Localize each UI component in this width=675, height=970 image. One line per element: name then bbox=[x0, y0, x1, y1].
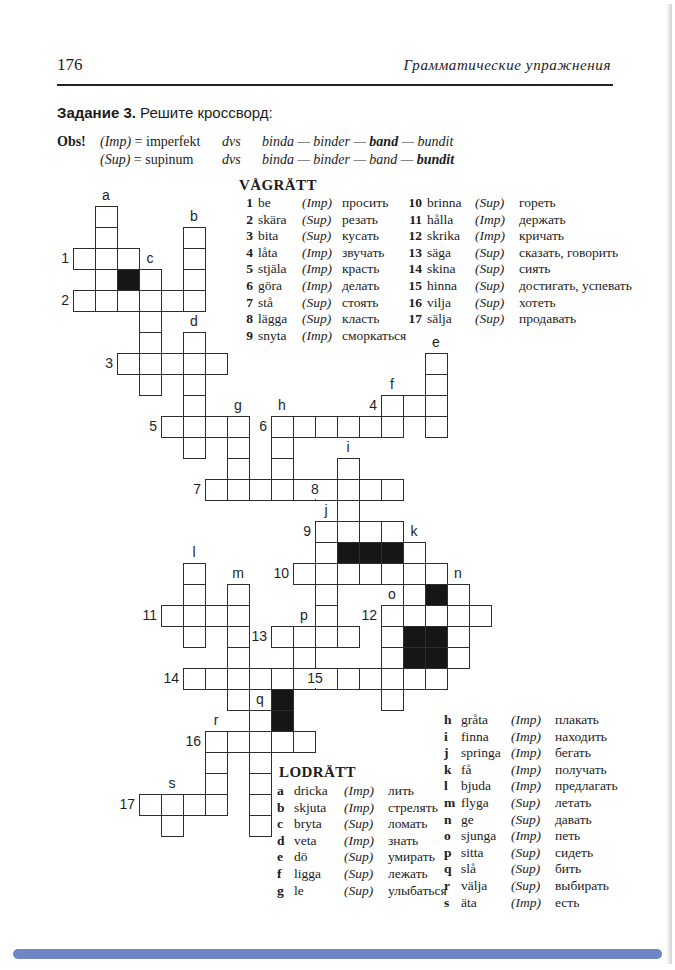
grid-cell-r17-c14[interactable] bbox=[359, 563, 382, 585]
grid-cell-r14-c13[interactable] bbox=[337, 500, 360, 522]
grid-cell-r22-c10[interactable] bbox=[271, 668, 294, 690]
grid-label-l: l bbox=[183, 542, 205, 563]
grid-cell-r22-c15[interactable] bbox=[381, 668, 404, 690]
grid-label-h: h bbox=[271, 395, 293, 416]
clue-down-b: bskjuta(Imp)стрелять bbox=[277, 800, 449, 817]
grid-cell-r18-c12[interactable] bbox=[315, 584, 338, 606]
grid-cell-r28-c4[interactable] bbox=[139, 794, 162, 816]
black-cell-r24-c10 bbox=[271, 710, 294, 732]
grid-cell-r6-c6[interactable] bbox=[183, 332, 206, 354]
grid-cell-r4-c5[interactable] bbox=[161, 290, 184, 312]
clue-down-d: dveta(Imp)знать bbox=[277, 833, 449, 850]
grid-cell-r25-c11[interactable] bbox=[293, 731, 316, 753]
grid-label-d: d bbox=[183, 311, 205, 332]
grid-cell-r28-c6[interactable] bbox=[183, 794, 206, 816]
grid-cell-r1-c6[interactable] bbox=[183, 227, 206, 249]
grid-cell-r13-c13[interactable] bbox=[337, 479, 360, 501]
grid-cell-r10-c7[interactable] bbox=[205, 416, 228, 438]
grid-cell-r7-c7[interactable] bbox=[205, 353, 228, 375]
grid-cell-r13-c8[interactable] bbox=[227, 479, 250, 501]
task-text: Решите кроссворд: bbox=[136, 104, 273, 121]
grid-label-6: 6 bbox=[249, 416, 271, 437]
grid-label-10: 10 bbox=[271, 563, 293, 584]
black-cell-r16-c15 bbox=[381, 542, 404, 564]
grid-cell-r8-c6[interactable] bbox=[183, 374, 206, 396]
grid-label-e: e bbox=[425, 332, 447, 353]
black-cell-r18-c17 bbox=[425, 584, 448, 606]
down-clues-col1: adricka(Imp)литьbskjuta(Imp)стрелятьcbry… bbox=[277, 783, 449, 899]
grid-cell-r15-c14[interactable] bbox=[359, 521, 382, 543]
grid-cell-r18-c8[interactable] bbox=[227, 584, 250, 606]
grid-label-4: 4 bbox=[359, 395, 381, 416]
grid-label-3: 3 bbox=[95, 353, 117, 374]
grid-cell-r1-c2[interactable] bbox=[95, 227, 118, 249]
grid-cell-r9-c16[interactable] bbox=[403, 395, 426, 417]
grid-label-q: q bbox=[249, 689, 271, 710]
grid-cell-r7-c6[interactable] bbox=[183, 353, 206, 375]
grid-cell-r15-c12[interactable] bbox=[315, 521, 338, 543]
grid-cell-r4-c1[interactable] bbox=[73, 290, 96, 312]
grid-cell-r13-c15[interactable] bbox=[381, 479, 404, 501]
clue-down-c: cbryta(Sup)ломать bbox=[277, 816, 449, 833]
grid-cell-r22-c13[interactable] bbox=[337, 668, 360, 690]
grid-cell-r12-c13[interactable] bbox=[337, 458, 360, 480]
grid-cell-r4-c3[interactable] bbox=[117, 290, 140, 312]
grid-cell-r11-c10[interactable] bbox=[271, 437, 294, 459]
grid-cell-r5-c4[interactable] bbox=[139, 311, 162, 333]
grid-cell-r9-c6[interactable] bbox=[183, 395, 206, 417]
clue-down-q: qslå(Sup)бить bbox=[444, 861, 649, 878]
black-cell-r16-c14 bbox=[359, 542, 382, 564]
grid-cell-r19-c8[interactable] bbox=[227, 605, 250, 627]
clue-down-r: rvälja(Sup)выбирать bbox=[444, 878, 649, 895]
grid-cell-r13-c7[interactable] bbox=[205, 479, 228, 501]
clue-down-f: fligga(Sup)лежать bbox=[277, 866, 449, 883]
black-cell-r23-c10 bbox=[271, 689, 294, 711]
grid-label-11: 11 bbox=[139, 605, 161, 626]
grid-cell-r9-c15[interactable] bbox=[381, 395, 404, 417]
grid-cell-r19-c6[interactable] bbox=[183, 605, 206, 627]
grid-cell-r16-c12[interactable] bbox=[315, 542, 338, 564]
grid-cell-r13-c14[interactable] bbox=[359, 479, 382, 501]
grid-label-13: 13 bbox=[249, 626, 271, 647]
grid-cell-r21-c11[interactable] bbox=[293, 647, 316, 669]
grid-cell-r2-c2[interactable] bbox=[95, 248, 118, 270]
grid-cell-r15-c13[interactable] bbox=[337, 521, 360, 543]
grid-cell-r18-c16[interactable] bbox=[403, 584, 426, 606]
clue-down-s: säta(Imp)есть bbox=[444, 895, 649, 912]
horizontal-scrollbar[interactable] bbox=[13, 949, 662, 959]
grid-cell-r22-c9[interactable] bbox=[249, 668, 272, 690]
task-title: Задание 3. Решите кроссворд: bbox=[57, 104, 273, 121]
grid-cell-r21-c15[interactable] bbox=[381, 647, 404, 669]
grid-cell-r23-c8[interactable] bbox=[227, 689, 250, 711]
clue-down-o: osjunga(Imp)петь bbox=[444, 828, 649, 845]
grid-cell-r6-c4[interactable] bbox=[139, 332, 162, 354]
grid-label-c: c bbox=[139, 248, 161, 269]
grid-label-1: 1 bbox=[51, 248, 73, 269]
clue-down-m: mflyga(Sup)летать bbox=[444, 795, 649, 812]
grid-cell-r2-c3[interactable] bbox=[117, 248, 140, 270]
grid-cell-r4-c2[interactable] bbox=[95, 290, 118, 312]
grid-cell-r28-c9[interactable] bbox=[249, 794, 272, 816]
grid-label-s: s bbox=[161, 773, 183, 794]
grid-cell-r20-c13[interactable] bbox=[337, 626, 360, 648]
grid-cell-r19-c16[interactable] bbox=[403, 605, 426, 627]
grid-label-b: b bbox=[183, 206, 205, 227]
grid-cell-r2-c1[interactable] bbox=[73, 248, 96, 270]
grid-label-r: r bbox=[205, 710, 227, 731]
grid-label-16: 16 bbox=[183, 731, 205, 752]
grid-cell-r27-c7[interactable] bbox=[205, 773, 228, 795]
grid-cell-r10-c8[interactable] bbox=[227, 416, 250, 438]
grid-cell-r19-c15[interactable] bbox=[381, 605, 404, 627]
grid-cell-r22-c8[interactable] bbox=[227, 668, 250, 690]
black-cell-r3-c3 bbox=[117, 269, 140, 291]
black-cell-r21-c17 bbox=[425, 647, 448, 669]
grid-cell-r10-c5[interactable] bbox=[161, 416, 184, 438]
grid-label-8: 8 bbox=[303, 480, 327, 499]
grid-label-o: o bbox=[381, 584, 403, 605]
grid-cell-r23-c15[interactable] bbox=[381, 689, 404, 711]
grid-cell-r26-c7[interactable] bbox=[205, 752, 228, 774]
obs-note: Obs!(Imp) = imperfektdvsbinda — binder —… bbox=[57, 133, 454, 169]
grid-cell-r10-c13[interactable] bbox=[337, 416, 360, 438]
grid-cell-r20-c18[interactable] bbox=[447, 626, 470, 648]
grid-label-15: 15 bbox=[303, 669, 327, 688]
clue-down-k: kfå(Imp)получать bbox=[444, 762, 649, 779]
grid-cell-r7-c3[interactable] bbox=[117, 353, 140, 375]
grid-cell-r25-c10[interactable] bbox=[271, 731, 294, 753]
grid-cell-r19-c7[interactable] bbox=[205, 605, 228, 627]
grid-cell-r20-c15[interactable] bbox=[381, 626, 404, 648]
grid-cell-r29-c9[interactable] bbox=[249, 815, 272, 837]
grid-cell-r11-c8[interactable] bbox=[227, 437, 250, 459]
clue-down-e: edö(Sup)умирать bbox=[277, 849, 449, 866]
grid-cell-r13-c10[interactable] bbox=[271, 479, 294, 501]
grid-cell-r17-c6[interactable] bbox=[183, 563, 206, 585]
grid-cell-r8-c4[interactable] bbox=[139, 374, 162, 396]
obs-row-2: (Sup) = supinumdvsbinda — binder — band … bbox=[57, 151, 454, 169]
clue-down-i: ifinna(Imp)находить bbox=[444, 729, 649, 746]
grid-cell-r8-c17[interactable] bbox=[425, 374, 448, 396]
grid-cell-r24-c9[interactable] bbox=[249, 710, 272, 732]
grid-cell-r25-c9[interactable] bbox=[249, 731, 272, 753]
grid-cell-r29-c5[interactable] bbox=[161, 815, 184, 837]
grid-label-12: 12 bbox=[359, 605, 381, 626]
grid-cell-r4-c6[interactable] bbox=[183, 290, 206, 312]
header-rule bbox=[57, 84, 613, 86]
grid-cell-r28-c5[interactable] bbox=[161, 794, 184, 816]
grid-cell-r3-c2[interactable] bbox=[95, 269, 118, 291]
grid-cell-r17-c13[interactable] bbox=[337, 563, 360, 585]
grid-cell-r22-c6[interactable] bbox=[183, 668, 206, 690]
grid-cell-r22-c17[interactable] bbox=[425, 668, 448, 690]
grid-cell-r15-c15[interactable] bbox=[381, 521, 404, 543]
grid-cell-r20-c10[interactable] bbox=[271, 626, 294, 648]
page-edge-shadow bbox=[666, 4, 672, 964]
grid-label-f: f bbox=[381, 374, 403, 395]
grid-cell-r3-c6[interactable] bbox=[183, 269, 206, 291]
grid-cell-r28-c7[interactable] bbox=[205, 794, 228, 816]
grid-cell-r7-c17[interactable] bbox=[425, 353, 448, 375]
grid-cell-r17-c11[interactable] bbox=[293, 563, 316, 585]
grid-cell-r20-c11[interactable] bbox=[293, 626, 316, 648]
book-page: 176 Грамматические упражнения Задание 3.… bbox=[0, 0, 675, 970]
grid-label-n: n bbox=[447, 563, 469, 584]
clue-down-h: hgråta(Imp)плакать bbox=[444, 712, 649, 729]
grid-cell-r22-c16[interactable] bbox=[403, 668, 426, 690]
grid-cell-r19-c17[interactable] bbox=[425, 605, 448, 627]
grid-label-17: 17 bbox=[117, 794, 139, 815]
obs-row-1: Obs!(Imp) = imperfektdvsbinda — binder —… bbox=[57, 133, 454, 151]
grid-cell-r27-c9[interactable] bbox=[249, 773, 272, 795]
grid-label-5: 5 bbox=[139, 416, 161, 437]
grid-cell-r18-c6[interactable] bbox=[183, 584, 206, 606]
grid-cell-r17-c17[interactable] bbox=[425, 563, 448, 585]
grid-label-j: j bbox=[315, 500, 337, 521]
task-label: Задание 3. bbox=[57, 104, 136, 121]
grid-cell-r21-c8[interactable] bbox=[227, 647, 250, 669]
grid-label-7: 7 bbox=[183, 479, 205, 500]
grid-cell-r2-c6[interactable] bbox=[183, 248, 206, 270]
grid-cell-r0-c2[interactable] bbox=[95, 206, 118, 228]
grid-cell-r18-c18[interactable] bbox=[447, 584, 470, 606]
black-cell-r20-c17 bbox=[425, 626, 448, 648]
grid-cell-r17-c12[interactable] bbox=[315, 563, 338, 585]
grid-label-14: 14 bbox=[161, 668, 183, 689]
grid-cell-r10-c6[interactable] bbox=[183, 416, 206, 438]
grid-cell-r9-c17[interactable] bbox=[425, 395, 448, 417]
grid-cell-r10-c17[interactable] bbox=[425, 416, 448, 438]
grid-cell-r19-c19[interactable] bbox=[469, 605, 492, 627]
grid-cell-r3-c4[interactable] bbox=[139, 269, 162, 291]
clue-down-l: lbjuda(Imp)предлагать bbox=[444, 778, 649, 795]
grid-label-2: 2 bbox=[51, 290, 73, 311]
grid-cell-r25-c7[interactable] bbox=[205, 731, 228, 753]
grid-cell-r13-c9[interactable] bbox=[249, 479, 272, 501]
grid-cell-r4-c4[interactable] bbox=[139, 290, 162, 312]
clue-down-j: jspringa(Imp)бегать bbox=[444, 745, 649, 762]
grid-cell-r20-c12[interactable] bbox=[315, 626, 338, 648]
grid-label-p: p bbox=[293, 605, 315, 626]
grid-cell-r12-c8[interactable] bbox=[227, 458, 250, 480]
grid-label-m: m bbox=[227, 563, 249, 584]
grid-cell-r10-c14[interactable] bbox=[359, 416, 382, 438]
grid-cell-r11-c6[interactable] bbox=[183, 437, 206, 459]
grid-cell-r20-c6[interactable] bbox=[183, 626, 206, 648]
grid-cell-r10-c12[interactable] bbox=[315, 416, 338, 438]
running-head: Грамматические упражнения bbox=[404, 57, 611, 74]
down-clues-col2: hgråta(Imp)плакатьifinna(Imp)находитьjsp… bbox=[444, 712, 649, 911]
clue-down-p: psitta(Sup)сидеть bbox=[444, 845, 649, 862]
grid-cell-r17-c16[interactable] bbox=[403, 563, 426, 585]
black-cell-r20-c16 bbox=[403, 626, 426, 648]
grid-label-g: g bbox=[227, 395, 249, 416]
grid-cell-r25-c8[interactable] bbox=[227, 731, 250, 753]
grid-label-9: 9 bbox=[293, 521, 315, 542]
grid-cell-r19-c18[interactable] bbox=[447, 605, 470, 627]
crossword-grid: 1234567891011121314151617abcdefghijklmno… bbox=[51, 185, 493, 837]
clue-down-g: gle(Sup)улыбаться bbox=[277, 883, 449, 900]
black-cell-r16-c13 bbox=[337, 542, 360, 564]
grid-cell-r10-c15[interactable] bbox=[381, 416, 404, 438]
grid-label-a: a bbox=[95, 185, 117, 206]
clue-down-n: nge(Sup)давать bbox=[444, 812, 649, 829]
grid-cell-r7-c5[interactable] bbox=[161, 353, 184, 375]
black-cell-r21-c16 bbox=[403, 647, 426, 669]
page-number: 176 bbox=[57, 55, 83, 75]
grid-label-i: i bbox=[337, 437, 359, 458]
grid-cell-r19-c12[interactable] bbox=[315, 605, 338, 627]
grid-cell-r21-c18[interactable] bbox=[447, 647, 470, 669]
grid-cell-r10-c11[interactable] bbox=[293, 416, 316, 438]
grid-cell-r19-c5[interactable] bbox=[161, 605, 184, 627]
grid-label-k: k bbox=[403, 521, 425, 542]
grid-cell-r10-c10[interactable] bbox=[271, 416, 294, 438]
grid-cell-r16-c16[interactable] bbox=[403, 542, 426, 564]
grid-cell-r7-c4[interactable] bbox=[139, 353, 162, 375]
grid-cell-r17-c15[interactable] bbox=[381, 563, 404, 585]
down-title: LODRÄTT bbox=[279, 764, 356, 781]
grid-cell-r22-c14[interactable] bbox=[359, 668, 382, 690]
clue-down-a: adricka(Imp)лить bbox=[277, 783, 449, 800]
grid-cell-r26-c9[interactable] bbox=[249, 752, 272, 774]
grid-cell-r22-c7[interactable] bbox=[205, 668, 228, 690]
grid-cell-r12-c10[interactable] bbox=[271, 458, 294, 480]
grid-cell-r20-c8[interactable] bbox=[227, 626, 250, 648]
